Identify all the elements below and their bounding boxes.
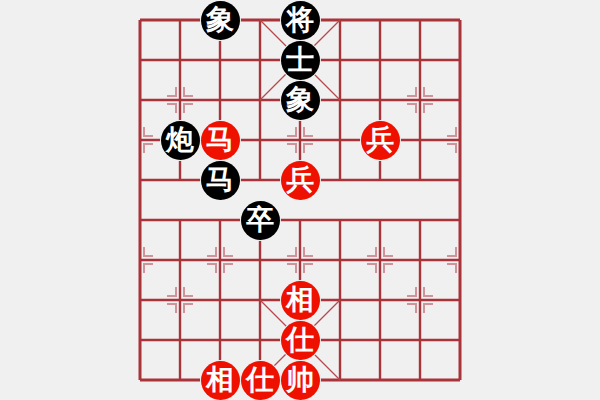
piece-black-elephant[interactable]: 象 <box>281 81 320 120</box>
piece-black-elephant[interactable]: 象 <box>201 1 240 40</box>
piece-black-soldier[interactable]: 卒 <box>241 201 280 240</box>
piece-red-soldier[interactable]: 兵 <box>281 161 320 200</box>
piece-red-soldier[interactable]: 兵 <box>361 121 400 160</box>
piece-red-advisor[interactable]: 仕 <box>241 361 280 400</box>
piece-red-horse[interactable]: 马 <box>201 121 240 160</box>
xiangqi-app: 象将士象炮马兵马兵卒相仕相仕帅 <box>0 0 600 400</box>
piece-black-cannon[interactable]: 炮 <box>161 121 200 160</box>
piece-red-elephant[interactable]: 相 <box>201 361 240 400</box>
piece-black-advisor[interactable]: 士 <box>281 41 320 80</box>
piece-red-advisor[interactable]: 仕 <box>281 321 320 360</box>
piece-black-horse[interactable]: 马 <box>201 161 240 200</box>
piece-red-elephant[interactable]: 相 <box>281 281 320 320</box>
piece-red-general[interactable]: 帅 <box>281 361 320 400</box>
piece-black-general[interactable]: 将 <box>281 1 320 40</box>
xiangqi-board[interactable]: 象将士象炮马兵马兵卒相仕相仕帅 <box>140 20 460 380</box>
pieces-layer: 象将士象炮马兵马兵卒相仕相仕帅 <box>120 0 480 400</box>
